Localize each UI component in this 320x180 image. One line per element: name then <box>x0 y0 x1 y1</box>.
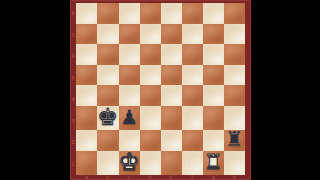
square-f7[interactable] <box>182 24 203 45</box>
square-a5[interactable] <box>76 65 97 86</box>
file-label-f: f <box>182 175 203 180</box>
square-d4[interactable] <box>140 85 161 106</box>
square-d5[interactable] <box>140 65 161 86</box>
video-frame: 87654321 abcdefgh ♚♟♜♚♜ <box>0 0 320 180</box>
square-g3[interactable] <box>203 106 224 130</box>
square-f5[interactable] <box>182 65 203 86</box>
square-b8[interactable] <box>97 3 119 24</box>
square-g1[interactable]: ♜ <box>203 151 224 175</box>
square-h5[interactable] <box>224 65 245 86</box>
square-e2[interactable] <box>161 130 182 151</box>
file-label-e: e <box>161 175 182 180</box>
square-a7[interactable] <box>76 24 97 45</box>
square-b5[interactable] <box>97 65 119 86</box>
square-e8[interactable] <box>161 3 182 24</box>
board-texture-smudge <box>185 156 199 169</box>
square-g8[interactable] <box>203 3 224 24</box>
square-d7[interactable] <box>140 24 161 45</box>
square-a6[interactable] <box>76 44 97 65</box>
square-f4[interactable] <box>182 85 203 106</box>
square-f6[interactable] <box>182 44 203 65</box>
white-king-icon[interactable]: ♚ <box>119 150 141 174</box>
square-h6[interactable] <box>224 44 245 65</box>
square-e1[interactable] <box>161 151 182 175</box>
square-c6[interactable] <box>119 44 141 65</box>
file-label-d: d <box>139 175 160 180</box>
square-c1[interactable]: ♚ <box>119 151 141 175</box>
square-c4[interactable] <box>119 85 141 106</box>
square-a4[interactable] <box>76 85 97 106</box>
square-e3[interactable] <box>161 106 182 130</box>
square-g5[interactable] <box>203 65 224 86</box>
file-label-g: g <box>203 175 224 180</box>
chess-board-frame: 87654321 abcdefgh ♚♟♜♚♜ <box>70 0 251 180</box>
square-e5[interactable] <box>161 65 182 86</box>
square-d8[interactable] <box>140 3 161 24</box>
square-g6[interactable] <box>203 44 224 65</box>
square-h2[interactable]: ♜ <box>224 130 245 151</box>
file-labels: abcdefgh <box>76 175 245 180</box>
square-d2[interactable] <box>140 130 161 151</box>
square-d1[interactable] <box>140 151 161 175</box>
square-b7[interactable] <box>97 24 119 45</box>
square-g7[interactable] <box>203 24 224 45</box>
square-b6[interactable] <box>97 44 119 65</box>
square-a3[interactable] <box>76 106 97 130</box>
square-c7[interactable] <box>119 24 141 45</box>
square-d3[interactable] <box>140 106 161 130</box>
square-g2[interactable] <box>203 130 224 151</box>
square-e6[interactable] <box>161 44 182 65</box>
file-label-a: a <box>76 175 97 180</box>
letterbox-right <box>251 0 320 180</box>
white-rook-icon[interactable]: ♜ <box>204 152 223 173</box>
square-a8[interactable] <box>76 3 97 24</box>
square-c5[interactable] <box>119 65 141 86</box>
square-f2[interactable] <box>182 130 203 151</box>
square-e4[interactable] <box>161 85 182 106</box>
square-g4[interactable] <box>203 85 224 106</box>
square-e7[interactable] <box>161 24 182 45</box>
board-squares: ♚♟♜♚♜ <box>76 3 245 175</box>
square-h4[interactable] <box>224 85 245 106</box>
square-f3[interactable] <box>182 106 203 130</box>
square-h1[interactable] <box>224 151 245 175</box>
square-d6[interactable] <box>140 44 161 65</box>
letterbox-left <box>0 0 70 180</box>
square-h7[interactable] <box>224 24 245 45</box>
black-rook-icon[interactable]: ♜ <box>225 129 244 150</box>
black-pawn-icon[interactable]: ♟ <box>120 107 138 127</box>
file-label-h: h <box>224 175 245 180</box>
square-h8[interactable] <box>224 3 245 24</box>
square-c3[interactable]: ♟ <box>119 106 141 130</box>
square-b1[interactable] <box>97 151 119 175</box>
square-a2[interactable] <box>76 130 97 151</box>
square-b2[interactable] <box>97 130 119 151</box>
square-f8[interactable] <box>182 3 203 24</box>
square-a1[interactable] <box>76 151 97 175</box>
square-c8[interactable] <box>119 3 141 24</box>
square-b3[interactable]: ♚ <box>97 106 119 130</box>
black-king-icon[interactable]: ♚ <box>97 105 119 129</box>
file-label-b: b <box>97 175 118 180</box>
